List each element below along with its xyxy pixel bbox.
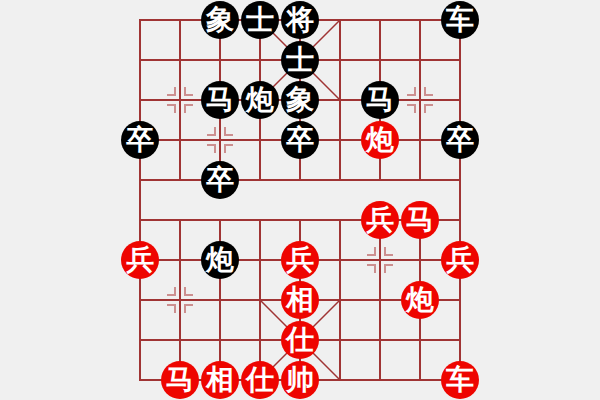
piece-black-chariot[interactable]: 车 bbox=[441, 1, 479, 39]
piece-black-soldier[interactable]: 卒 bbox=[281, 121, 319, 159]
piece-black-cannon[interactable]: 炮 bbox=[201, 241, 239, 279]
piece-black-horse[interactable]: 马 bbox=[361, 81, 399, 119]
piece-red-soldier[interactable]: 兵 bbox=[361, 201, 399, 239]
piece-red-horse[interactable]: 马 bbox=[401, 201, 439, 239]
piece-black-elephant[interactable]: 象 bbox=[281, 81, 319, 119]
piece-red-soldier[interactable]: 兵 bbox=[441, 241, 479, 279]
piece-red-elephant[interactable]: 相 bbox=[201, 361, 239, 399]
piece-black-advisor[interactable]: 士 bbox=[281, 41, 319, 79]
piece-red-advisor[interactable]: 仕 bbox=[281, 321, 319, 359]
piece-red-cannon[interactable]: 炮 bbox=[361, 121, 399, 159]
piece-red-elephant[interactable]: 相 bbox=[281, 281, 319, 319]
piece-red-horse[interactable]: 马 bbox=[161, 361, 199, 399]
piece-red-general[interactable]: 帅 bbox=[281, 361, 319, 399]
xiangqi-board[interactable]: 象士将车士马炮象马卒卒炮卒卒兵马兵炮兵兵相炮仕马相仕帅车 bbox=[0, 0, 600, 400]
piece-red-soldier[interactable]: 兵 bbox=[281, 241, 319, 279]
piece-black-soldier[interactable]: 卒 bbox=[441, 121, 479, 159]
piece-black-advisor[interactable]: 士 bbox=[241, 1, 279, 39]
piece-red-chariot[interactable]: 车 bbox=[441, 361, 479, 399]
piece-red-cannon[interactable]: 炮 bbox=[401, 281, 439, 319]
piece-black-elephant[interactable]: 象 bbox=[201, 1, 239, 39]
piece-black-horse[interactable]: 马 bbox=[201, 81, 239, 119]
piece-red-advisor[interactable]: 仕 bbox=[241, 361, 279, 399]
piece-black-soldier[interactable]: 卒 bbox=[201, 161, 239, 199]
piece-black-soldier[interactable]: 卒 bbox=[121, 121, 159, 159]
piece-black-cannon[interactable]: 炮 bbox=[241, 81, 279, 119]
piece-black-general[interactable]: 将 bbox=[281, 1, 319, 39]
piece-red-soldier[interactable]: 兵 bbox=[121, 241, 159, 279]
